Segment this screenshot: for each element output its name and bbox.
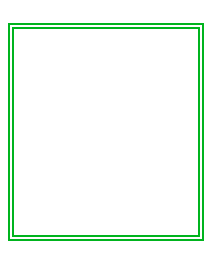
xiangqi-diagram xyxy=(0,0,216,270)
board-grid-svg xyxy=(0,0,216,270)
watermark-swirl-icon xyxy=(110,217,150,263)
